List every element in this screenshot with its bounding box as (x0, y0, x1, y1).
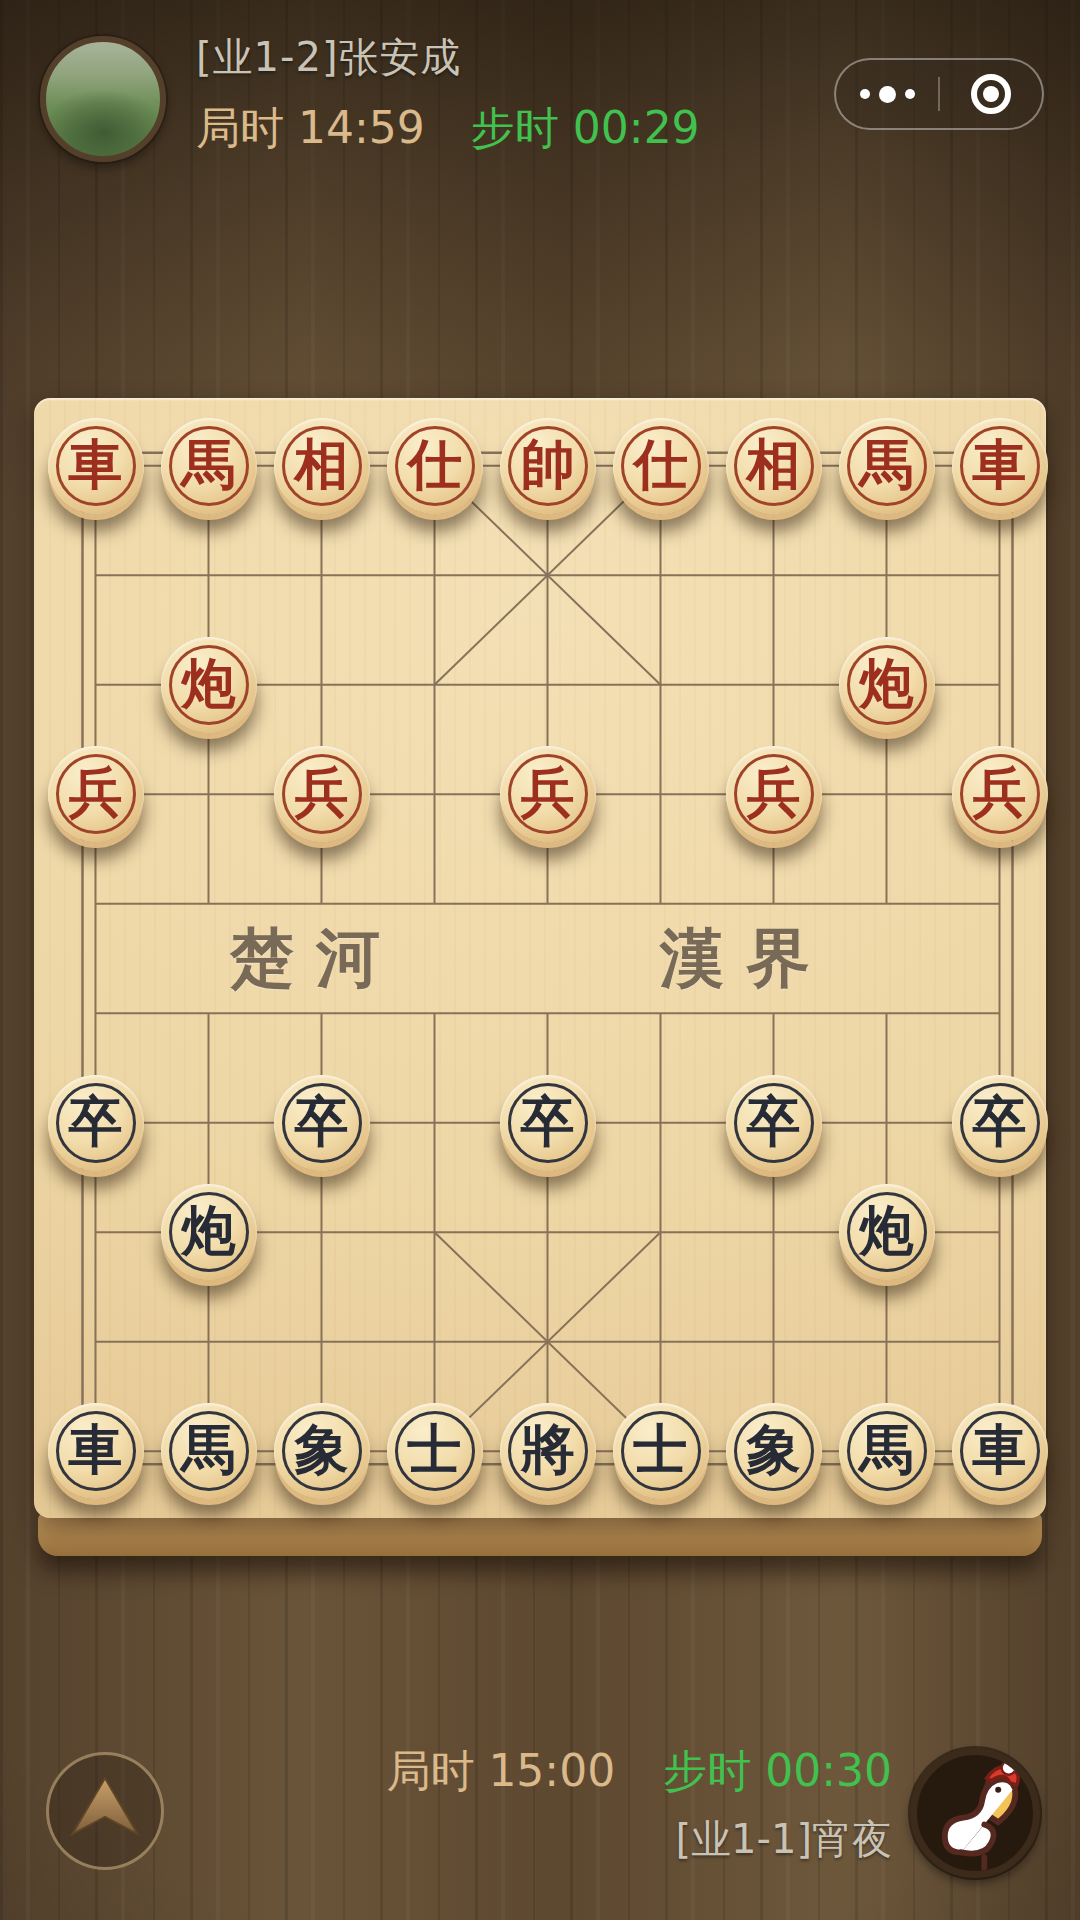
board-point[interactable]: 炮 (152, 1178, 265, 1288)
board-point[interactable] (604, 1068, 717, 1178)
piece-glyph: 士 (408, 1422, 462, 1476)
piece-black-炮[interactable]: 炮 (161, 1184, 257, 1280)
board-point[interactable] (265, 630, 378, 740)
board-point[interactable]: 將 (491, 1397, 604, 1507)
miniprogram-capsule[interactable] (834, 58, 1044, 130)
piece-black-卒[interactable]: 卒 (952, 1075, 1048, 1171)
opponent-name: [业1-2]张安成 (196, 30, 700, 85)
piece-glyph: 相 (295, 437, 349, 491)
piece-glyph: 帥 (521, 437, 575, 491)
piece-red-炮[interactable]: 炮 (161, 637, 257, 733)
board-point[interactable] (604, 521, 717, 631)
board-point[interactable] (378, 959, 491, 1069)
piece-glyph: 車 (973, 437, 1027, 491)
board-point[interactable] (152, 521, 265, 631)
piece-glyph: 象 (295, 1422, 349, 1476)
piece-red-仕[interactable]: 仕 (613, 418, 709, 514)
piece-red-炮[interactable]: 炮 (839, 637, 935, 733)
piece-black-卒[interactable]: 卒 (500, 1075, 596, 1171)
board-point[interactable]: 卒 (943, 1068, 1056, 1178)
board-point[interactable]: 仕 (378, 411, 491, 521)
piece-glyph: 炮 (860, 656, 914, 710)
board-point[interactable] (717, 1178, 830, 1288)
board-point[interactable] (943, 849, 1056, 959)
board-point[interactable] (604, 1287, 717, 1397)
board-point[interactable]: 士 (604, 1397, 717, 1507)
board-point[interactable] (943, 1178, 1056, 1288)
board-point[interactable] (830, 1068, 943, 1178)
board-point[interactable] (717, 849, 830, 959)
board-point[interactable] (491, 1287, 604, 1397)
board-point[interactable]: 兵 (39, 740, 152, 850)
opponent-info: [业1-2]张安成 局时14:59 步时00:29 (196, 30, 700, 158)
board-point[interactable] (378, 521, 491, 631)
board-point[interactable] (717, 959, 830, 1069)
board-point[interactable]: 卒 (265, 1068, 378, 1178)
board-point[interactable]: 炮 (830, 1178, 943, 1288)
board-point[interactable] (39, 1287, 152, 1397)
board-point[interactable] (39, 630, 152, 740)
board-point[interactable] (378, 1287, 491, 1397)
piece-glyph: 卒 (295, 1094, 349, 1148)
piece-black-卒[interactable]: 卒 (48, 1075, 144, 1171)
player-move-timer: 步时00:30 (663, 1742, 892, 1801)
piece-red-兵[interactable]: 兵 (500, 746, 596, 842)
board-point[interactable]: 帥 (491, 411, 604, 521)
board-point[interactable] (152, 959, 265, 1069)
piece-red-兵[interactable]: 兵 (274, 746, 370, 842)
game-screen: [业1-2]张安成 局时14:59 步时00:29 楚河 漢界 車馬相仕帥仕相馬… (0, 0, 1080, 1920)
board-point[interactable]: 卒 (491, 1068, 604, 1178)
piece-black-卒[interactable]: 卒 (726, 1075, 822, 1171)
board-point[interactable] (265, 959, 378, 1069)
board-point[interactable] (378, 1178, 491, 1288)
board-point[interactable] (39, 849, 152, 959)
board-point[interactable] (491, 630, 604, 740)
board-point[interactable] (830, 959, 943, 1069)
board-point[interactable] (604, 959, 717, 1069)
piece-glyph: 炮 (182, 656, 236, 710)
piece-glyph: 將 (521, 1422, 575, 1476)
piece-glyph: 兵 (973, 765, 1027, 819)
board-point[interactable] (717, 1287, 830, 1397)
piece-glyph: 馬 (182, 1422, 236, 1476)
piece-glyph: 馬 (860, 437, 914, 491)
board-point[interactable] (378, 630, 491, 740)
board-point[interactable]: 兵 (265, 740, 378, 850)
board-point[interactable]: 兵 (717, 740, 830, 850)
piece-red-仕[interactable]: 仕 (387, 418, 483, 514)
board-point[interactable] (152, 849, 265, 959)
piece-glyph: 兵 (521, 765, 575, 819)
board-point[interactable]: 馬 (152, 411, 265, 521)
board-point[interactable]: 馬 (830, 411, 943, 521)
piece-glyph: 卒 (69, 1094, 123, 1148)
piece-glyph: 車 (69, 437, 123, 491)
piece-black-炮[interactable]: 炮 (839, 1184, 935, 1280)
record-circle-icon (971, 74, 1011, 114)
board-point[interactable] (378, 1068, 491, 1178)
piece-black-象[interactable]: 象 (274, 1403, 370, 1499)
piece-glyph: 卒 (973, 1094, 1027, 1148)
board-point[interactable] (604, 849, 717, 959)
board-point[interactable]: 士 (378, 1397, 491, 1507)
board-point[interactable] (943, 959, 1056, 1069)
board-point[interactable]: 卒 (717, 1068, 830, 1178)
piece-glyph: 士 (634, 1422, 688, 1476)
board-point[interactable]: 炮 (830, 630, 943, 740)
board-point[interactable]: 車 (943, 1397, 1056, 1507)
piece-black-士[interactable]: 士 (387, 1403, 483, 1499)
piece-red-兵[interactable]: 兵 (48, 746, 144, 842)
piece-black-馬[interactable]: 馬 (839, 1403, 935, 1499)
pieces-grid: 車馬相仕帥仕相馬車炮炮兵兵兵兵兵卒卒卒卒卒炮炮車馬象士將士象馬車 (39, 411, 1056, 1506)
board-point[interactable] (943, 630, 1056, 740)
board-point[interactable]: 車 (943, 411, 1056, 521)
piece-glyph: 仕 (634, 437, 688, 491)
pelican-avatar-image (917, 1755, 1033, 1871)
board-point[interactable]: 卒 (39, 1068, 152, 1178)
board-point[interactable] (604, 1178, 717, 1288)
board-point[interactable] (830, 521, 943, 631)
board-point[interactable]: 象 (717, 1397, 830, 1507)
piece-glyph: 馬 (860, 1422, 914, 1476)
board-point[interactable]: 炮 (152, 630, 265, 740)
up-arrow-icon (57, 1763, 153, 1859)
piece-glyph: 相 (747, 437, 801, 491)
board-point[interactable]: 車 (39, 1397, 152, 1507)
board-point[interactable] (491, 521, 604, 631)
board-point[interactable] (152, 740, 265, 850)
piece-glyph: 仕 (408, 437, 462, 491)
board-point[interactable] (265, 1178, 378, 1288)
piece-glyph: 炮 (182, 1203, 236, 1257)
opponent-avatar (40, 36, 166, 162)
board-point[interactable] (830, 1287, 943, 1397)
board-edge (38, 1512, 1042, 1556)
board-point[interactable] (152, 1287, 265, 1397)
piece-black-車[interactable]: 車 (48, 1403, 144, 1499)
piece-glyph: 兵 (295, 765, 349, 819)
board-point[interactable] (265, 521, 378, 631)
board-point[interactable]: 馬 (830, 1397, 943, 1507)
piece-red-車[interactable]: 車 (48, 418, 144, 514)
piece-glyph: 車 (69, 1422, 123, 1476)
piece-black-車[interactable]: 車 (952, 1403, 1048, 1499)
piece-red-兵[interactable]: 兵 (726, 746, 822, 842)
player-avatar (910, 1748, 1040, 1878)
board-point[interactable] (830, 849, 943, 959)
piece-glyph: 兵 (69, 765, 123, 819)
piece-glyph: 炮 (860, 1203, 914, 1257)
piece-black-卒[interactable]: 卒 (274, 1075, 370, 1171)
piece-black-士[interactable]: 士 (613, 1403, 709, 1499)
board-point[interactable] (491, 959, 604, 1069)
piece-black-象[interactable]: 象 (726, 1403, 822, 1499)
piece-glyph: 卒 (747, 1094, 801, 1148)
more-icon (860, 86, 915, 103)
piece-red-相[interactable]: 相 (726, 418, 822, 514)
board-point[interactable]: 象 (265, 1397, 378, 1507)
opponent-move-timer: 步时00:29 (471, 99, 700, 158)
board-point[interactable] (943, 1287, 1056, 1397)
board-point[interactable]: 相 (265, 411, 378, 521)
board-point[interactable] (717, 630, 830, 740)
board-point[interactable] (378, 849, 491, 959)
board-point[interactable] (604, 740, 717, 850)
piece-glyph: 馬 (182, 437, 236, 491)
board-point[interactable] (491, 849, 604, 959)
opponent-game-timer: 局时14:59 (196, 99, 425, 158)
piece-red-帥[interactable]: 帥 (500, 418, 596, 514)
board-point[interactable] (265, 849, 378, 959)
opponent-timers: 局时14:59 步时00:29 (196, 99, 700, 158)
board-point[interactable]: 兵 (491, 740, 604, 850)
close-button[interactable] (940, 60, 1042, 128)
player-name: [业1-1]宵夜 (675, 1812, 892, 1867)
more-button[interactable] (836, 60, 938, 128)
piece-red-馬[interactable]: 馬 (839, 418, 935, 514)
board-point[interactable]: 仕 (604, 411, 717, 521)
board-point[interactable] (604, 630, 717, 740)
piece-glyph: 兵 (747, 765, 801, 819)
board-point[interactable] (717, 521, 830, 631)
piece-red-車[interactable]: 車 (952, 418, 1048, 514)
board-point[interactable] (152, 1068, 265, 1178)
board-point[interactable]: 車 (39, 411, 152, 521)
piece-glyph: 車 (973, 1422, 1027, 1476)
player-game-timer: 局时15:00 (386, 1742, 615, 1801)
piece-red-兵[interactable]: 兵 (952, 746, 1048, 842)
piece-red-相[interactable]: 相 (274, 418, 370, 514)
board-point[interactable] (491, 1178, 604, 1288)
board-point[interactable] (943, 521, 1056, 631)
board-point[interactable] (39, 521, 152, 631)
piece-black-將[interactable]: 將 (500, 1403, 596, 1499)
piece-red-馬[interactable]: 馬 (161, 418, 257, 514)
board-point[interactable] (39, 959, 152, 1069)
board-point[interactable] (830, 740, 943, 850)
piece-glyph: 象 (747, 1422, 801, 1476)
piece-black-馬[interactable]: 馬 (161, 1403, 257, 1499)
board-point[interactable]: 相 (717, 411, 830, 521)
board-point[interactable]: 兵 (943, 740, 1056, 850)
board-point[interactable] (378, 740, 491, 850)
piece-glyph: 卒 (521, 1094, 575, 1148)
board-point[interactable]: 馬 (152, 1397, 265, 1507)
board-point[interactable] (265, 1287, 378, 1397)
xiangqi-board[interactable]: 楚河 漢界 車馬相仕帥仕相馬車炮炮兵兵兵兵兵卒卒卒卒卒炮炮車馬象士將士象馬車 (34, 398, 1046, 1518)
collapse-button[interactable] (46, 1752, 164, 1870)
board-point[interactable] (39, 1178, 152, 1288)
